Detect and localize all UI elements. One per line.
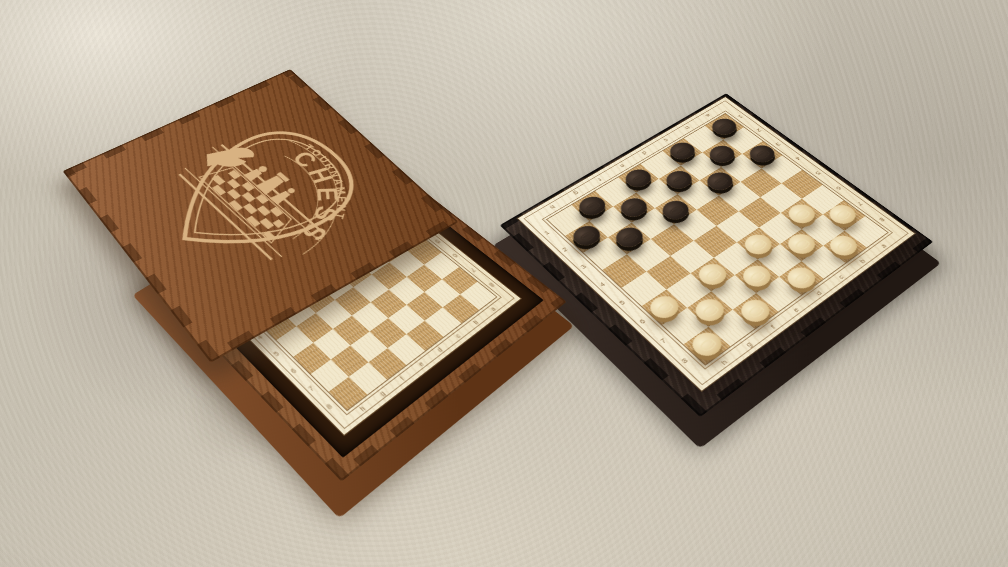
coordinate-label: f bbox=[769, 324, 776, 330]
board-square bbox=[333, 316, 370, 346]
coordinate-label: 7 bbox=[856, 201, 864, 206]
board-square bbox=[335, 287, 371, 315]
coordinate-label: a bbox=[489, 306, 497, 312]
board-square bbox=[802, 185, 844, 215]
board-square bbox=[781, 170, 822, 199]
board-square bbox=[276, 326, 313, 356]
board-square bbox=[388, 334, 425, 365]
board-square: ⛂ bbox=[618, 164, 659, 193]
board-square bbox=[331, 345, 369, 376]
coordinate-label: 3 bbox=[400, 211, 407, 216]
checker-dark-piece: ⛂ bbox=[745, 142, 780, 166]
board-square bbox=[760, 183, 802, 213]
coordinate-label: 6 bbox=[451, 252, 459, 258]
coordinate-label: 3 bbox=[774, 141, 781, 146]
open-chess-box: hhggffeeddccbbaa1122334455667788 bbox=[0, 0, 620, 540]
coordinate-label: g bbox=[378, 390, 386, 397]
coordinate-label: e bbox=[792, 306, 800, 313]
coordinate-label: e bbox=[269, 228, 276, 234]
coordinate-label: 6 bbox=[638, 318, 646, 325]
board-square bbox=[368, 348, 406, 380]
board-square bbox=[293, 343, 330, 374]
board-square: ⛂ bbox=[662, 138, 702, 165]
coordinate-label: 1 bbox=[736, 114, 743, 119]
board-square: ⛂ bbox=[705, 114, 744, 140]
coordinate-label: d bbox=[814, 290, 822, 296]
board-square bbox=[697, 196, 739, 226]
checker-dark-piece: ⛂ bbox=[702, 169, 737, 194]
board-square bbox=[740, 169, 781, 198]
coordinate-label: b bbox=[684, 125, 691, 130]
checker-dark-piece: ⛂ bbox=[705, 142, 740, 166]
board-square bbox=[407, 292, 443, 321]
coordinate-label: 8 bbox=[878, 217, 886, 223]
board-square bbox=[721, 154, 761, 182]
board-square: ⛂ bbox=[742, 141, 782, 168]
coordinate-label: b bbox=[472, 319, 480, 326]
coordinate-label: 5 bbox=[814, 170, 821, 175]
checker-dark-piece: ⛂ bbox=[707, 115, 741, 138]
board-square: ⛂ bbox=[702, 140, 742, 167]
checker-dark-piece: ⛂ bbox=[616, 195, 652, 221]
board-square bbox=[684, 126, 723, 153]
board-square bbox=[370, 318, 407, 348]
coordinate-label: h bbox=[358, 405, 366, 413]
board-square bbox=[761, 155, 802, 183]
coordinate-label: 2 bbox=[755, 128, 762, 133]
coordinate-label: d bbox=[436, 346, 444, 353]
coordinate-label: d bbox=[288, 216, 295, 221]
board-square bbox=[311, 360, 349, 392]
coordinate-label: 7 bbox=[659, 337, 667, 344]
coordinate-label: e bbox=[417, 360, 425, 367]
coordinate-label: b bbox=[323, 195, 330, 200]
board-square bbox=[677, 180, 718, 209]
board-square bbox=[313, 329, 350, 360]
knight-icon bbox=[199, 138, 258, 178]
board-square: ⛂ bbox=[655, 194, 697, 224]
coordinate-label: c bbox=[837, 274, 845, 280]
coordinate-label: c bbox=[306, 205, 313, 210]
coordinate-label: a bbox=[879, 243, 887, 249]
coordinate-label: f bbox=[399, 375, 406, 381]
checker-dark-piece: ⛂ bbox=[621, 166, 656, 191]
board-square bbox=[640, 151, 680, 179]
board-square bbox=[371, 290, 407, 319]
coordinate-label: 4 bbox=[794, 156, 801, 161]
board-square bbox=[636, 179, 677, 208]
coordinate-label: c bbox=[663, 138, 670, 143]
coordinate-label: 7 bbox=[307, 384, 315, 391]
coordinate-label: 6 bbox=[835, 185, 843, 190]
coordinate-label: 5 bbox=[272, 350, 280, 357]
board-square bbox=[681, 153, 721, 181]
coordinate-label: h bbox=[720, 358, 728, 365]
board-square bbox=[296, 313, 333, 343]
board-square bbox=[349, 362, 387, 394]
coordinate-label: 2 bbox=[384, 198, 391, 203]
board-square bbox=[723, 127, 762, 154]
board-square bbox=[329, 377, 368, 410]
coordinate-label: a bbox=[704, 113, 711, 118]
board-square: ⛂ bbox=[699, 167, 740, 196]
board-square bbox=[443, 294, 479, 323]
coordinate-label: b bbox=[858, 258, 866, 264]
coordinate-label: 8 bbox=[680, 357, 688, 364]
coordinate-label: 1 bbox=[368, 186, 375, 191]
board-square bbox=[316, 300, 352, 329]
board-square bbox=[719, 182, 760, 211]
coordinate-label: g bbox=[744, 341, 752, 348]
coordinate-label: 5 bbox=[433, 238, 440, 244]
board-square: ⛂ bbox=[659, 166, 700, 195]
coordinate-label: 6 bbox=[289, 367, 297, 374]
board-square bbox=[352, 302, 388, 331]
coordinate-label: a bbox=[340, 184, 347, 189]
checker-dark-piece: ⛂ bbox=[657, 197, 693, 223]
coordinate-label: 4 bbox=[416, 225, 423, 231]
checker-dark-piece: ⛂ bbox=[661, 167, 696, 192]
coordinate-label: f bbox=[252, 240, 258, 245]
board-square bbox=[425, 307, 462, 336]
photo-scene: hhggffeeddccbbaa1122334455667788⛂⛂⛂⛂⛂⛂⛂⛂… bbox=[0, 0, 1008, 567]
coordinate-label: c bbox=[454, 333, 462, 340]
coordinate-label: d bbox=[641, 150, 648, 155]
coordinate-label: 8 bbox=[487, 282, 495, 288]
coordinate-label: 8 bbox=[325, 402, 333, 410]
board-square bbox=[388, 305, 424, 334]
checker-dark-piece: ⛂ bbox=[665, 139, 699, 163]
left-box-stack: hhggffeeddccbbaa1122334455667788 bbox=[142, 142, 566, 482]
board-square bbox=[350, 332, 387, 363]
coordinate-label: 7 bbox=[469, 267, 477, 273]
board-square bbox=[406, 321, 443, 351]
